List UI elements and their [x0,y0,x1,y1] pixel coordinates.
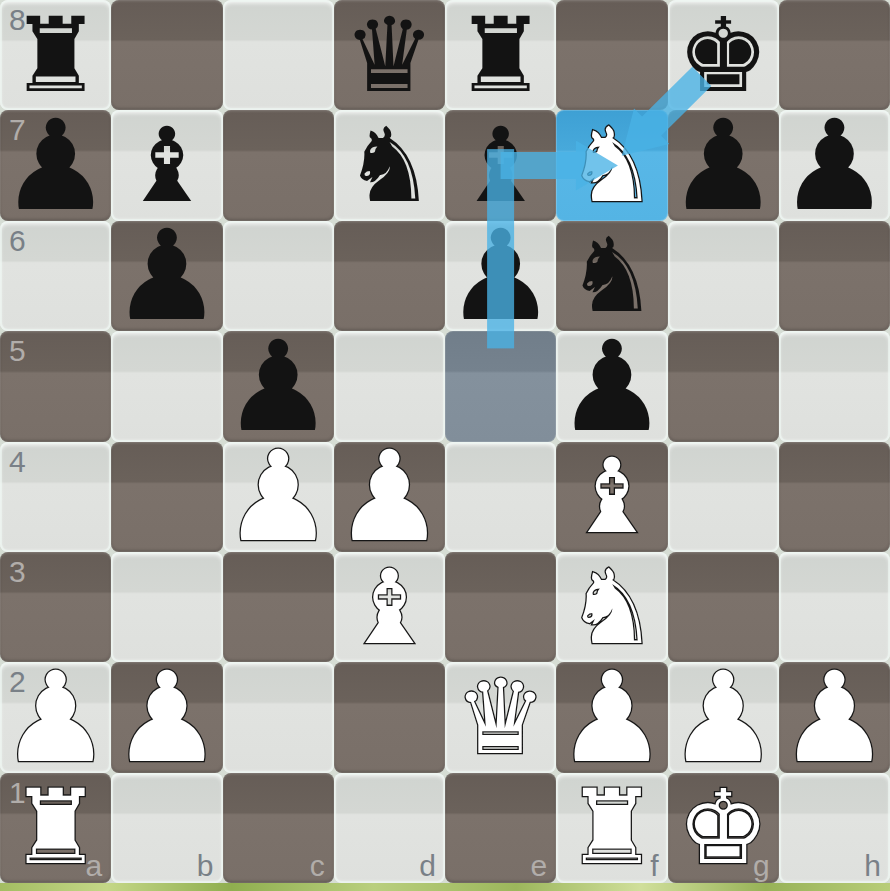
square-f2[interactable]: ♟ [556,662,667,772]
white-king-g1[interactable]: ♚ [668,773,779,883]
square-e4[interactable] [445,442,556,552]
black-pawn-f5[interactable]: ♟ [556,331,667,441]
square-d2[interactable] [334,662,445,772]
white-pawn-b2[interactable]: ♟ [111,662,222,772]
white-knight-f7[interactable]: ♞ [556,110,667,220]
chess-board: 8♜♛♜♚7♟♝♞♝♞♟♟6♟♟♞5♟♟4♟♟♝3♝♞2♟♟♛♟♟♟1a♜bcd… [0,0,890,883]
file-label-h: h [864,849,881,883]
square-f8[interactable] [556,0,667,110]
square-c1[interactable]: c [223,773,334,883]
rank-label-4: 4 [9,445,26,479]
white-pawn-h2[interactable]: ♟ [779,662,890,772]
square-e2[interactable]: ♛ [445,662,556,772]
square-b4[interactable] [111,442,222,552]
square-g4[interactable] [668,442,779,552]
white-pawn-d4[interactable]: ♟ [334,442,445,552]
black-queen-d8[interactable]: ♛ [334,0,445,110]
square-c2[interactable] [223,662,334,772]
square-d6[interactable] [334,221,445,331]
file-label-e: e [531,849,548,883]
square-b8[interactable] [111,0,222,110]
square-f1[interactable]: f♜ [556,773,667,883]
square-g2[interactable]: ♟ [668,662,779,772]
rank-label-3: 3 [9,555,26,589]
black-rook-e8[interactable]: ♜ [445,0,556,110]
square-f4[interactable]: ♝ [556,442,667,552]
file-label-c: c [310,849,325,883]
black-pawn-b6[interactable]: ♟ [111,221,222,331]
square-h4[interactable] [779,442,890,552]
file-label-d: d [419,849,436,883]
white-bishop-f4[interactable]: ♝ [556,442,667,552]
square-d7[interactable]: ♞ [334,110,445,220]
square-h7[interactable]: ♟ [779,110,890,220]
white-bishop-d3[interactable]: ♝ [334,552,445,662]
square-f7[interactable]: ♞ [556,110,667,220]
square-h2[interactable]: ♟ [779,662,890,772]
white-queen-e2[interactable]: ♛ [445,662,556,772]
white-rook-a1[interactable]: ♜ [0,773,111,883]
square-e3[interactable] [445,552,556,662]
white-pawn-g2[interactable]: ♟ [668,662,779,772]
square-a2[interactable]: 2♟ [0,662,111,772]
square-g5[interactable] [668,331,779,441]
square-a5[interactable]: 5 [0,331,111,441]
white-pawn-a2[interactable]: ♟ [0,662,111,772]
square-g1[interactable]: g♚ [668,773,779,883]
square-d1[interactable]: d [334,773,445,883]
square-e1[interactable]: e [445,773,556,883]
square-d4[interactable]: ♟ [334,442,445,552]
white-pawn-f2[interactable]: ♟ [556,662,667,772]
square-a1[interactable]: 1a♜ [0,773,111,883]
square-c7[interactable] [223,110,334,220]
black-knight-d7[interactable]: ♞ [334,110,445,220]
square-d8[interactable]: ♛ [334,0,445,110]
square-f5[interactable]: ♟ [556,331,667,441]
white-pawn-c4[interactable]: ♟ [223,442,334,552]
square-d3[interactable]: ♝ [334,552,445,662]
square-a4[interactable]: 4 [0,442,111,552]
square-e8[interactable]: ♜ [445,0,556,110]
square-a7[interactable]: 7♟ [0,110,111,220]
black-pawn-e6[interactable]: ♟ [445,221,556,331]
square-h5[interactable] [779,331,890,441]
square-g7[interactable]: ♟ [668,110,779,220]
file-label-b: b [197,849,214,883]
square-c4[interactable]: ♟ [223,442,334,552]
black-pawn-h7[interactable]: ♟ [779,110,890,220]
rank-label-5: 5 [9,334,26,368]
black-pawn-g7[interactable]: ♟ [668,110,779,220]
square-e6[interactable]: ♟ [445,221,556,331]
black-pawn-a7[interactable]: ♟ [0,110,111,220]
square-b6[interactable]: ♟ [111,221,222,331]
white-rook-f1[interactable]: ♜ [556,773,667,883]
app-background: 8♜♛♜♚7♟♝♞♝♞♟♟6♟♟♞5♟♟4♟♟♝3♝♞2♟♟♛♟♟♟1a♜bcd… [0,0,890,891]
square-b2[interactable]: ♟ [111,662,222,772]
square-c8[interactable] [223,0,334,110]
